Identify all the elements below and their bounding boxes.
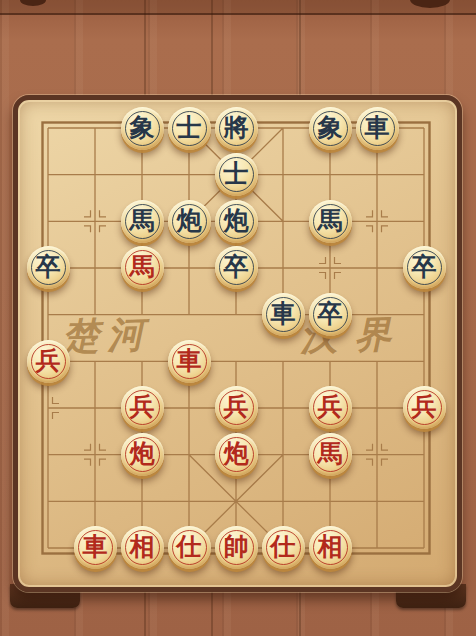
piece-label: 帥 [224,534,249,559]
piece-red-soldier[interactable]: 兵 [27,340,70,383]
piece-label: 兵 [318,394,343,419]
piece-red-elephant[interactable]: 相 [309,526,352,569]
piece-red-chariot[interactable]: 車 [74,526,117,569]
piece-red-soldier[interactable]: 兵 [121,386,164,429]
piece-red-soldier[interactable]: 兵 [309,386,352,429]
piece-label: 卒 [412,254,437,279]
piece-red-soldier[interactable]: 兵 [215,386,258,429]
piece-label: 車 [365,115,390,140]
piece-black-chariot[interactable]: 車 [262,293,305,336]
piece-label: 兵 [412,394,437,419]
piece-red-cannon[interactable]: 炮 [121,433,164,476]
piece-label: 車 [177,348,202,373]
piece-label: 士 [224,161,249,186]
piece-label: 馬 [318,208,343,233]
piece-label: 炮 [224,208,249,233]
piece-label: 相 [318,534,343,559]
piece-label: 馬 [130,208,155,233]
piece-label: 兵 [36,348,61,373]
piece-black-advisor[interactable]: 士 [215,153,258,196]
piece-red-advisor[interactable]: 仕 [262,526,305,569]
piece-black-horse[interactable]: 馬 [121,200,164,243]
piece-red-chariot[interactable]: 車 [168,340,211,383]
piece-label: 象 [318,115,343,140]
piece-red-soldier[interactable]: 兵 [403,386,446,429]
piece-black-soldier[interactable]: 卒 [27,246,70,289]
piece-label: 相 [130,534,155,559]
piece-label: 卒 [36,254,61,279]
piece-black-soldier[interactable]: 卒 [403,246,446,289]
piece-label: 馬 [318,441,343,466]
piece-label: 馬 [130,254,155,279]
piece-label: 卒 [318,301,343,326]
piece-red-cannon[interactable]: 炮 [215,433,258,476]
piece-black-elephant[interactable]: 象 [309,107,352,150]
piece-black-soldier[interactable]: 卒 [309,293,352,336]
piece-red-horse[interactable]: 馬 [309,433,352,476]
piece-label: 兵 [130,394,155,419]
piece-black-advisor[interactable]: 士 [168,107,211,150]
piece-label: 象 [130,115,155,140]
piece-label: 仕 [271,534,296,559]
piece-black-general[interactable]: 將 [215,107,258,150]
piece-black-cannon[interactable]: 炮 [215,200,258,243]
piece-label: 將 [224,115,249,140]
xiangqi-board[interactable]: 象士將象車士馬炮炮馬卒馬卒卒車卒兵車兵兵兵兵炮炮馬車相仕帥仕相 [25,105,448,572]
piece-red-general[interactable]: 帥 [215,526,258,569]
piece-label: 炮 [130,441,155,466]
piece-red-horse[interactable]: 馬 [121,246,164,289]
piece-label: 炮 [224,441,249,466]
piece-label: 炮 [177,208,202,233]
piece-label: 仕 [177,534,202,559]
piece-red-advisor[interactable]: 仕 [168,526,211,569]
piece-label: 車 [83,534,108,559]
piece-black-chariot[interactable]: 車 [356,107,399,150]
piece-label: 兵 [224,394,249,419]
piece-label: 卒 [224,254,249,279]
piece-red-elephant[interactable]: 相 [121,526,164,569]
piece-black-soldier[interactable]: 卒 [215,246,258,289]
piece-label: 士 [177,115,202,140]
piece-black-horse[interactable]: 馬 [309,200,352,243]
piece-black-cannon[interactable]: 炮 [168,200,211,243]
piece-black-elephant[interactable]: 象 [121,107,164,150]
piece-label: 車 [271,301,296,326]
